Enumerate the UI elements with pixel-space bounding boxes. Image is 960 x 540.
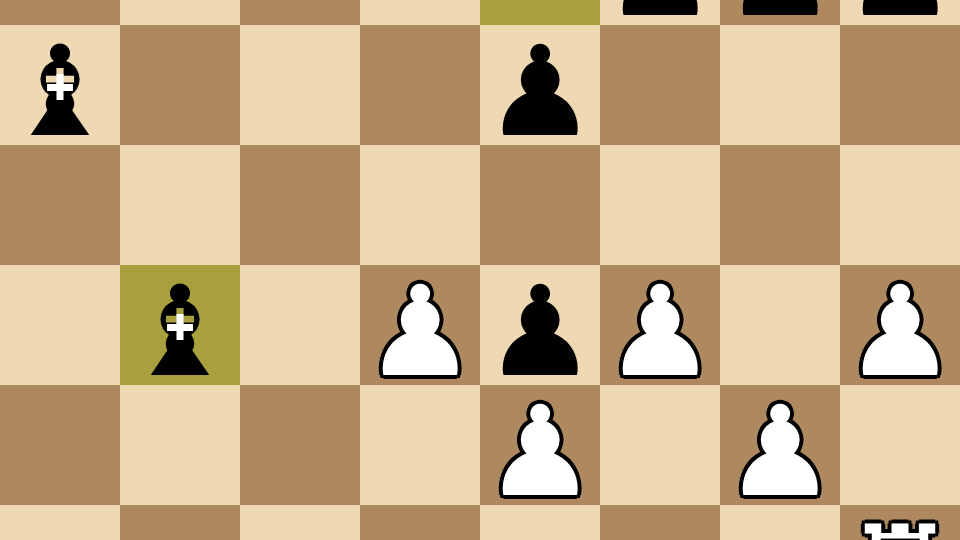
square-g4[interactable] xyxy=(720,265,840,385)
square-g5[interactable] xyxy=(720,145,840,265)
square-b5[interactable] xyxy=(120,145,240,265)
white-pawn-f4[interactable]: ♟ xyxy=(600,272,720,392)
black-pawn-e4[interactable]: ♟ xyxy=(480,272,600,392)
square-a6[interactable]: ♝ xyxy=(0,25,120,145)
square-c2[interactable] xyxy=(240,505,360,540)
square-c7[interactable] xyxy=(240,0,360,25)
square-g3[interactable]: ♟ xyxy=(720,385,840,505)
square-b7[interactable] xyxy=(120,0,240,25)
square-e5[interactable] xyxy=(480,145,600,265)
square-f6[interactable] xyxy=(600,25,720,145)
square-d7[interactable] xyxy=(360,0,480,25)
square-c6[interactable] xyxy=(240,25,360,145)
white-pawn-d4[interactable]: ♟ xyxy=(360,272,480,392)
white-rook-h2[interactable]: ♜ xyxy=(840,512,960,540)
square-c3[interactable] xyxy=(240,385,360,505)
square-c4[interactable] xyxy=(240,265,360,385)
black-bishop-a6[interactable]: ♝ xyxy=(0,32,120,152)
square-e2[interactable] xyxy=(480,505,600,540)
square-g2[interactable] xyxy=(720,505,840,540)
square-d6[interactable] xyxy=(360,25,480,145)
square-f7[interactable]: ♟ xyxy=(600,0,720,25)
square-h5[interactable] xyxy=(840,145,960,265)
square-d3[interactable] xyxy=(360,385,480,505)
square-b2[interactable] xyxy=(120,505,240,540)
square-b6[interactable] xyxy=(120,25,240,145)
square-g6[interactable] xyxy=(720,25,840,145)
square-f5[interactable] xyxy=(600,145,720,265)
square-a2[interactable] xyxy=(0,505,120,540)
chess-board: ♟♟♟♝♟♝♟♟♟♟♟♟♜ xyxy=(0,0,960,540)
square-b3[interactable] xyxy=(120,385,240,505)
square-c5[interactable] xyxy=(240,145,360,265)
white-pawn-h4[interactable]: ♟ xyxy=(840,272,960,392)
black-pawn-e6[interactable]: ♟ xyxy=(480,32,600,152)
square-f4[interactable]: ♟ xyxy=(600,265,720,385)
square-f2[interactable] xyxy=(600,505,720,540)
square-h4[interactable]: ♟ xyxy=(840,265,960,385)
square-f3[interactable] xyxy=(600,385,720,505)
square-d2[interactable] xyxy=(360,505,480,540)
square-e3[interactable]: ♟ xyxy=(480,385,600,505)
white-pawn-g3[interactable]: ♟ xyxy=(720,392,840,512)
square-a4[interactable] xyxy=(0,265,120,385)
square-h3[interactable] xyxy=(840,385,960,505)
square-h6[interactable] xyxy=(840,25,960,145)
square-h2[interactable]: ♜ xyxy=(840,505,960,540)
board-viewport: ♟♟♟♝♟♝♟♟♟♟♟♟♜ xyxy=(0,0,960,540)
square-e4[interactable]: ♟ xyxy=(480,265,600,385)
square-h7[interactable]: ♟ xyxy=(840,0,960,25)
white-pawn-e3[interactable]: ♟ xyxy=(480,392,600,512)
square-b4[interactable]: ♝ xyxy=(120,265,240,385)
square-d5[interactable] xyxy=(360,145,480,265)
square-e6[interactable]: ♟ xyxy=(480,25,600,145)
square-a5[interactable] xyxy=(0,145,120,265)
square-d4[interactable]: ♟ xyxy=(360,265,480,385)
square-a3[interactable] xyxy=(0,385,120,505)
black-bishop-b4[interactable]: ♝ xyxy=(120,272,240,392)
square-g7[interactable]: ♟ xyxy=(720,0,840,25)
